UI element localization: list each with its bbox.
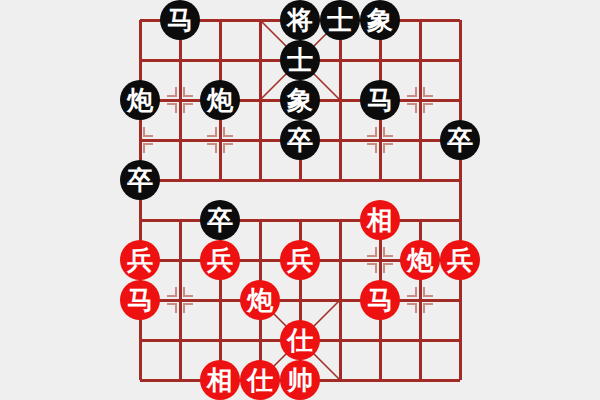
piece-red-horse[interactable]: 马 — [120, 280, 160, 320]
piece-black-elephant[interactable]: 象 — [360, 0, 400, 40]
piece-black-advisor[interactable]: 士 — [320, 0, 360, 40]
piece-black-horse[interactable]: 马 — [160, 0, 200, 40]
piece-black-horse[interactable]: 马 — [360, 80, 400, 120]
piece-black-pawn[interactable]: 卒 — [440, 120, 480, 160]
piece-black-cannon[interactable]: 炮 — [200, 80, 240, 120]
piece-red-cannon[interactable]: 炮 — [240, 280, 280, 320]
piece-red-cannon[interactable]: 炮 — [400, 240, 440, 280]
piece-red-pawn[interactable]: 兵 — [440, 240, 480, 280]
piece-black-general[interactable]: 将 — [280, 0, 320, 40]
piece-black-elephant[interactable]: 象 — [280, 80, 320, 120]
piece-red-general[interactable]: 帅 — [280, 360, 320, 400]
piece-red-advisor[interactable]: 仕 — [280, 320, 320, 360]
piece-red-elephant[interactable]: 相 — [360, 200, 400, 240]
piece-black-pawn[interactable]: 卒 — [280, 120, 320, 160]
xiangqi-board: 马将士象士炮炮象马卒卒卒卒相兵兵兵炮兵马炮马仕相仕帅 — [0, 0, 600, 400]
piece-red-elephant[interactable]: 相 — [200, 360, 240, 400]
piece-black-advisor[interactable]: 士 — [280, 40, 320, 80]
piece-black-cannon[interactable]: 炮 — [120, 80, 160, 120]
piece-black-pawn[interactable]: 卒 — [120, 160, 160, 200]
piece-black-pawn[interactable]: 卒 — [200, 200, 240, 240]
piece-red-horse[interactable]: 马 — [360, 280, 400, 320]
piece-red-pawn[interactable]: 兵 — [200, 240, 240, 280]
piece-red-pawn[interactable]: 兵 — [280, 240, 320, 280]
piece-red-advisor[interactable]: 仕 — [240, 360, 280, 400]
pieces-layer: 马将士象士炮炮象马卒卒卒卒相兵兵兵炮兵马炮马仕相仕帅 — [120, 0, 480, 400]
piece-red-pawn[interactable]: 兵 — [120, 240, 160, 280]
